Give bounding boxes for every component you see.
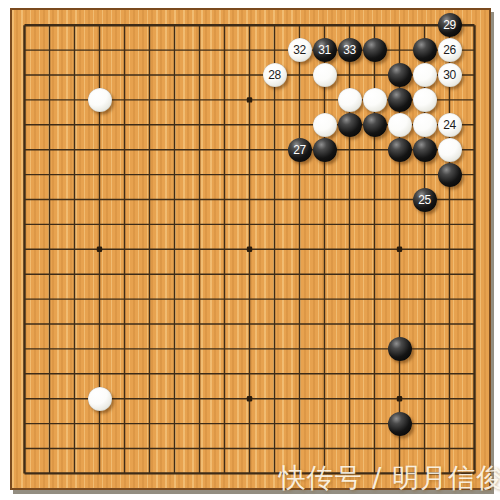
go-board[interactable]: 29323133262830242725 [10, 8, 491, 490]
stone-black[interactable] [388, 138, 412, 162]
hoshi-star-point [247, 97, 252, 102]
stone-black[interactable] [388, 412, 412, 436]
stone-white-move-24[interactable]: 24 [438, 113, 462, 137]
watermark-text: 快传号 / 明月信俊 [279, 460, 500, 496]
stone-white[interactable] [413, 63, 437, 87]
hoshi-star-point [97, 247, 102, 252]
stone-black[interactable] [438, 163, 462, 187]
stone-black-move-29[interactable]: 29 [438, 13, 462, 37]
stone-black[interactable] [388, 337, 412, 361]
stone-black[interactable] [338, 113, 362, 137]
stone-black[interactable] [363, 38, 387, 62]
stone-white[interactable] [438, 138, 462, 162]
stone-black-move-31[interactable]: 31 [313, 38, 337, 62]
stone-white-move-28[interactable]: 28 [263, 63, 287, 87]
stone-black-move-25[interactable]: 25 [413, 188, 437, 212]
hoshi-star-point [397, 396, 402, 401]
screenshot-page: 29323133262830242725 快传号 / 明月信俊 [0, 0, 500, 500]
stone-white[interactable] [413, 113, 437, 137]
stone-white-move-26[interactable]: 26 [438, 38, 462, 62]
stone-black[interactable] [313, 138, 337, 162]
hoshi-star-point [247, 396, 252, 401]
stone-white-move-30[interactable]: 30 [438, 63, 462, 87]
stone-white[interactable] [363, 88, 387, 112]
stone-white[interactable] [338, 88, 362, 112]
hoshi-star-point [397, 247, 402, 252]
stone-black[interactable] [413, 38, 437, 62]
stone-white[interactable] [413, 88, 437, 112]
stone-white[interactable] [88, 387, 112, 411]
stone-black[interactable] [388, 63, 412, 87]
stone-black-move-27[interactable]: 27 [288, 138, 312, 162]
hoshi-star-point [247, 247, 252, 252]
stone-black-move-33[interactable]: 33 [338, 38, 362, 62]
stone-black[interactable] [363, 113, 387, 137]
stone-white[interactable] [313, 113, 337, 137]
stone-black[interactable] [388, 88, 412, 112]
stone-white[interactable] [313, 63, 337, 87]
stone-white[interactable] [88, 88, 112, 112]
stone-black[interactable] [413, 138, 437, 162]
stone-white[interactable] [388, 113, 412, 137]
stone-white-move-32[interactable]: 32 [288, 38, 312, 62]
